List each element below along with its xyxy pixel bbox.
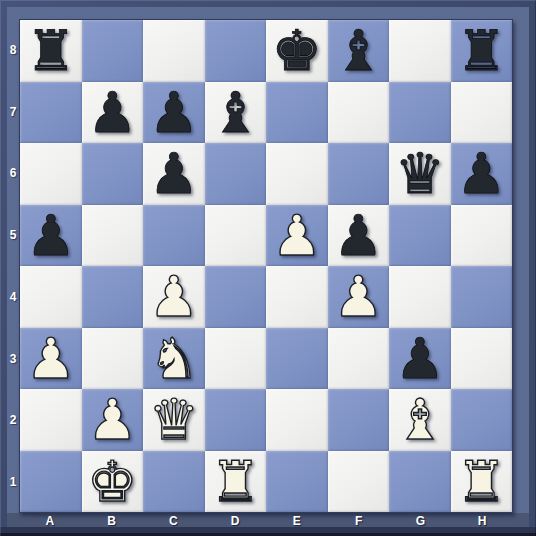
square-e4[interactable] — [266, 266, 328, 328]
square-c6[interactable]: ♟ — [143, 143, 205, 205]
piece-black-bishop-f8[interactable]: ♝ — [333, 20, 383, 81]
square-d3[interactable] — [205, 328, 267, 390]
square-a3[interactable]: ♟ — [20, 328, 82, 390]
piece-white-pawn-e5[interactable]: ♟ — [272, 205, 322, 266]
square-h6[interactable]: ♟ — [451, 143, 513, 205]
board-margin: 87654321 ABCDEFGH ♜♚♝♜♟♟♝♟♛♟♟♟♟♟♟♟♞♟♟♛♝♚… — [7, 7, 529, 529]
square-h4[interactable] — [451, 266, 513, 328]
square-b2[interactable]: ♟ — [82, 389, 144, 451]
piece-black-queen-g6[interactable]: ♛ — [395, 143, 445, 204]
square-h8[interactable]: ♜ — [451, 20, 513, 82]
piece-white-rook-h1[interactable]: ♜ — [456, 451, 506, 512]
square-b1[interactable]: ♚ — [82, 451, 144, 513]
square-e3[interactable] — [266, 328, 328, 390]
piece-black-pawn-c7[interactable]: ♟ — [149, 82, 199, 143]
square-b4[interactable] — [82, 266, 144, 328]
piece-black-rook-h8[interactable]: ♜ — [456, 20, 506, 81]
square-a2[interactable] — [20, 389, 82, 451]
piece-white-pawn-b2[interactable]: ♟ — [87, 389, 137, 450]
piece-black-pawn-f5[interactable]: ♟ — [333, 205, 383, 266]
square-f8[interactable]: ♝ — [328, 20, 390, 82]
square-c1[interactable] — [143, 451, 205, 513]
square-g2[interactable]: ♝ — [389, 389, 451, 451]
piece-black-king-e8[interactable]: ♚ — [272, 20, 322, 81]
rank-label-4: 4 — [7, 266, 19, 328]
square-a6[interactable] — [20, 143, 82, 205]
square-e6[interactable] — [266, 143, 328, 205]
square-a7[interactable] — [20, 82, 82, 144]
square-b6[interactable] — [82, 143, 144, 205]
piece-white-rook-d1[interactable]: ♜ — [210, 451, 260, 512]
square-c5[interactable] — [143, 205, 205, 267]
square-a5[interactable]: ♟ — [20, 205, 82, 267]
square-f7[interactable] — [328, 82, 390, 144]
square-g5[interactable] — [389, 205, 451, 267]
square-d2[interactable] — [205, 389, 267, 451]
square-f4[interactable]: ♟ — [328, 266, 390, 328]
piece-white-king-b1[interactable]: ♚ — [87, 451, 137, 512]
rank-label-5: 5 — [7, 204, 19, 266]
square-f6[interactable] — [328, 143, 390, 205]
square-c7[interactable]: ♟ — [143, 82, 205, 144]
square-e7[interactable] — [266, 82, 328, 144]
square-h7[interactable] — [451, 82, 513, 144]
square-c3[interactable]: ♞ — [143, 328, 205, 390]
piece-black-pawn-a5[interactable]: ♟ — [26, 205, 76, 266]
square-e5[interactable]: ♟ — [266, 205, 328, 267]
square-d1[interactable]: ♜ — [205, 451, 267, 513]
square-g8[interactable] — [389, 20, 451, 82]
square-b3[interactable] — [82, 328, 144, 390]
square-g4[interactable] — [389, 266, 451, 328]
square-a8[interactable]: ♜ — [20, 20, 82, 82]
square-h2[interactable] — [451, 389, 513, 451]
piece-white-queen-c2[interactable]: ♛ — [149, 389, 199, 450]
square-d6[interactable] — [205, 143, 267, 205]
square-d7[interactable]: ♝ — [205, 82, 267, 144]
square-b7[interactable]: ♟ — [82, 82, 144, 144]
rank-label-7: 7 — [7, 81, 19, 143]
piece-white-pawn-c4[interactable]: ♟ — [149, 266, 199, 327]
rank-label-1: 1 — [7, 451, 19, 513]
rank-labels: 87654321 — [7, 19, 19, 513]
square-a4[interactable] — [20, 266, 82, 328]
piece-black-pawn-g3[interactable]: ♟ — [395, 328, 445, 389]
square-e2[interactable] — [266, 389, 328, 451]
square-f2[interactable] — [328, 389, 390, 451]
rank-label-2: 2 — [7, 390, 19, 452]
square-c4[interactable]: ♟ — [143, 266, 205, 328]
square-f3[interactable] — [328, 328, 390, 390]
chess-board: ♜♚♝♜♟♟♝♟♛♟♟♟♟♟♟♟♞♟♟♛♝♚♜♜ — [19, 19, 513, 513]
piece-white-bishop-g2[interactable]: ♝ — [395, 389, 445, 450]
square-e1[interactable] — [266, 451, 328, 513]
square-e8[interactable]: ♚ — [266, 20, 328, 82]
square-c8[interactable] — [143, 20, 205, 82]
piece-black-pawn-b7[interactable]: ♟ — [87, 82, 137, 143]
piece-black-pawn-h6[interactable]: ♟ — [456, 143, 506, 204]
piece-black-rook-a8[interactable]: ♜ — [26, 20, 76, 81]
square-c2[interactable]: ♛ — [143, 389, 205, 451]
square-d5[interactable] — [205, 205, 267, 267]
piece-black-pawn-c6[interactable]: ♟ — [149, 143, 199, 204]
rank-label-6: 6 — [7, 143, 19, 205]
square-g3[interactable]: ♟ — [389, 328, 451, 390]
square-g6[interactable]: ♛ — [389, 143, 451, 205]
piece-white-pawn-f4[interactable]: ♟ — [333, 266, 383, 327]
chess-board-window: 87654321 ABCDEFGH ♜♚♝♜♟♟♝♟♛♟♟♟♟♟♟♟♞♟♟♛♝♚… — [0, 0, 536, 536]
piece-white-knight-c3[interactable]: ♞ — [149, 328, 199, 389]
square-g7[interactable] — [389, 82, 451, 144]
square-f1[interactable] — [328, 451, 390, 513]
square-h1[interactable]: ♜ — [451, 451, 513, 513]
square-d8[interactable] — [205, 20, 267, 82]
square-h3[interactable] — [451, 328, 513, 390]
piece-white-pawn-a3[interactable]: ♟ — [26, 328, 76, 389]
rank-label-3: 3 — [7, 328, 19, 390]
square-g1[interactable] — [389, 451, 451, 513]
square-h5[interactable] — [451, 205, 513, 267]
square-f5[interactable]: ♟ — [328, 205, 390, 267]
square-d4[interactable] — [205, 266, 267, 328]
square-b5[interactable] — [82, 205, 144, 267]
square-b8[interactable] — [82, 20, 144, 82]
rank-label-8: 8 — [7, 19, 19, 81]
piece-black-bishop-d7[interactable]: ♝ — [210, 82, 260, 143]
square-a1[interactable] — [20, 451, 82, 513]
